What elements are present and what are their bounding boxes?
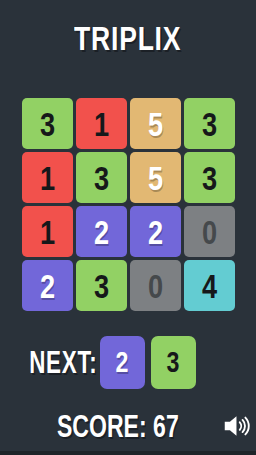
tile-number: 2: [40, 269, 55, 303]
tile-number: 1: [40, 215, 55, 249]
grid-cell-r2c3[interactable]: 5: [130, 152, 181, 203]
tile-number: 3: [94, 269, 109, 303]
sound-toggle-button[interactable]: [220, 410, 252, 442]
grid-cell-r1c4[interactable]: 3: [184, 98, 235, 149]
speaker-on-icon: [221, 411, 251, 441]
next-tiles: 23: [100, 336, 196, 389]
next-label-text: NEXT:: [29, 344, 97, 381]
next-tile-2: 3: [151, 336, 196, 389]
grid-cell-r3c1[interactable]: 1: [22, 206, 73, 257]
tile-number: 1: [40, 161, 55, 195]
game-title-text: TRIPLIX: [74, 18, 181, 58]
tile-number: 3: [202, 107, 217, 141]
grid-cell-r4c4[interactable]: 4: [184, 260, 235, 311]
tile-number: 1: [94, 107, 109, 141]
tile-number: 3: [202, 161, 217, 195]
game-title: TRIPLIX: [0, 18, 256, 58]
tile-number: 5: [148, 161, 163, 195]
tile-number: 2: [116, 348, 129, 377]
grid-cell-r1c3[interactable]: 5: [130, 98, 181, 149]
bottom-edge: [0, 451, 256, 455]
tile-number: 5: [148, 107, 163, 141]
grid-cell-r2c1[interactable]: 1: [22, 152, 73, 203]
tile-number: 4: [202, 269, 217, 303]
grid-cell-r3c2[interactable]: 2: [76, 206, 127, 257]
triplix-app: { "game": "Triplix (merge-three number t…: [0, 0, 256, 455]
grid-cell-r1c1[interactable]: 3: [22, 98, 73, 149]
grid-cell-r3c4[interactable]: 0: [184, 206, 235, 257]
grid-cell-r2c2[interactable]: 3: [76, 152, 127, 203]
tile-number: 0: [202, 215, 217, 249]
tile-number: 3: [167, 348, 180, 377]
tile-number: 2: [148, 215, 163, 249]
grid-cell-r1c2[interactable]: 1: [76, 98, 127, 149]
next-tile-1: 2: [100, 336, 145, 389]
grid-cell-r4c1[interactable]: 2: [22, 260, 73, 311]
score-label: SCORE:: [57, 408, 147, 445]
tile-number: 3: [40, 107, 55, 141]
grid-cell-r2c4[interactable]: 3: [184, 152, 235, 203]
game-grid: 3153135312202304: [22, 98, 235, 311]
next-label: NEXT:: [0, 336, 97, 389]
score-display: SCORE: 67: [57, 408, 226, 444]
tile-number: 2: [94, 215, 109, 249]
tile-number: 0: [148, 269, 163, 303]
next-section: NEXT: 23: [0, 336, 256, 389]
grid-cell-r4c2[interactable]: 3: [76, 260, 127, 311]
grid-cell-r4c3[interactable]: 0: [130, 260, 181, 311]
tile-number: 3: [94, 161, 109, 195]
grid-cell-r3c3[interactable]: 2: [130, 206, 181, 257]
score-value: 67: [153, 408, 179, 445]
